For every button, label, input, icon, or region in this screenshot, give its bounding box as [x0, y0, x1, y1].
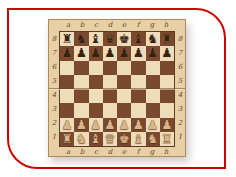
square-h4 [160, 89, 174, 103]
white-pawn-piece: ♟ [146, 118, 160, 132]
square-e5 [117, 75, 131, 89]
square-h1: ♜ [160, 132, 174, 146]
black-bishop-piece: ♝ [89, 32, 103, 46]
rank-label-1: 1 [49, 130, 59, 144]
white-bishop-piece: ♝ [89, 132, 103, 146]
white-pawn-piece: ♟ [60, 118, 74, 132]
square-h2: ♟ [160, 118, 174, 132]
file-label-f: f [131, 20, 145, 31]
square-c1: ♝ [89, 132, 103, 146]
rank-label-7: 7 [175, 46, 185, 60]
square-h6 [160, 61, 174, 75]
black-pawn-piece: ♟ [60, 46, 74, 60]
square-b2: ♟ [74, 118, 88, 132]
square-a3 [60, 103, 74, 117]
black-rook-piece: ♜ [60, 32, 74, 46]
square-b4 [74, 89, 88, 103]
square-a8: ♜ [60, 32, 74, 46]
black-bishop-piece: ♝ [131, 32, 145, 46]
black-pawn-piece: ♟ [74, 46, 88, 60]
square-e6 [117, 61, 131, 75]
square-b6 [74, 61, 88, 75]
square-h5 [160, 75, 174, 89]
rank-label-6: 6 [175, 60, 185, 74]
rank-label-3: 3 [175, 102, 185, 116]
square-a2: ♟ [60, 118, 74, 132]
file-label-h: h [159, 147, 173, 158]
black-pawn-piece: ♟ [131, 46, 145, 60]
square-f4 [131, 89, 145, 103]
rank-label-4: 4 [49, 88, 59, 102]
product-photo: abcdefgh 87654321 ♜♞♝♛♚♝♞♜♟♟♟♟♟♟♟♟♟♟♟♟♟♟… [0, 0, 236, 177]
square-f6 [131, 61, 145, 75]
black-pawn-piece: ♟ [117, 46, 131, 60]
square-g5 [146, 75, 160, 89]
square-g2: ♟ [146, 118, 160, 132]
rank-label-3: 3 [49, 102, 59, 116]
file-label-a: a [61, 147, 75, 158]
white-pawn-piece: ♟ [131, 118, 145, 132]
square-f8: ♝ [131, 32, 145, 46]
square-g6 [146, 61, 160, 75]
rank-label-5: 5 [49, 74, 59, 88]
file-label-e: e [117, 147, 131, 158]
square-g4 [146, 89, 160, 103]
square-e4 [117, 89, 131, 103]
rank-label-2: 2 [49, 116, 59, 130]
file-labels-top: abcdefgh [61, 20, 173, 31]
rank-label-7: 7 [49, 46, 59, 60]
white-pawn-piece: ♟ [89, 118, 103, 132]
square-a5 [60, 75, 74, 89]
white-knight-piece: ♞ [146, 132, 160, 146]
rank-label-8: 8 [175, 32, 185, 46]
square-c4 [89, 89, 103, 103]
file-label-b: b [75, 20, 89, 31]
square-f5 [131, 75, 145, 89]
square-h3 [160, 103, 174, 117]
square-c8: ♝ [89, 32, 103, 46]
file-label-d: d [103, 147, 117, 158]
square-d1: ♛ [103, 132, 117, 146]
square-g8: ♞ [146, 32, 160, 46]
square-b7: ♟ [74, 46, 88, 60]
square-d2: ♟ [103, 118, 117, 132]
square-e8: ♚ [117, 32, 131, 46]
square-c7: ♟ [89, 46, 103, 60]
square-d4 [103, 89, 117, 103]
square-f1: ♝ [131, 132, 145, 146]
black-pawn-piece: ♟ [146, 46, 160, 60]
square-h8: ♜ [160, 32, 174, 46]
white-bishop-piece: ♝ [131, 132, 145, 146]
file-label-h: h [159, 20, 173, 31]
board-grid: ♜♞♝♛♚♝♞♜♟♟♟♟♟♟♟♟♟♟♟♟♟♟♟♟♜♞♝♛♚♝♞♜ [59, 31, 175, 147]
white-pawn-piece: ♟ [160, 118, 174, 132]
file-label-e: e [117, 20, 131, 31]
white-pawn-piece: ♟ [74, 118, 88, 132]
square-c3 [89, 103, 103, 117]
square-d3 [103, 103, 117, 117]
white-rook-piece: ♜ [160, 132, 174, 146]
square-a1: ♜ [60, 132, 74, 146]
square-a7: ♟ [60, 46, 74, 60]
rank-label-8: 8 [49, 32, 59, 46]
file-label-a: a [61, 20, 75, 31]
file-label-b: b [75, 147, 89, 158]
square-h7: ♟ [160, 46, 174, 60]
square-f2: ♟ [131, 118, 145, 132]
square-f7: ♟ [131, 46, 145, 60]
square-g7: ♟ [146, 46, 160, 60]
file-label-c: c [89, 20, 103, 31]
white-pawn-piece: ♟ [103, 118, 117, 132]
black-queen-piece: ♛ [103, 32, 117, 46]
white-king-piece: ♚ [117, 132, 131, 146]
rank-label-2: 2 [175, 116, 185, 130]
black-knight-piece: ♞ [146, 32, 160, 46]
square-d8: ♛ [103, 32, 117, 46]
chess-board: abcdefgh 87654321 ♜♞♝♛♚♝♞♜♟♟♟♟♟♟♟♟♟♟♟♟♟♟… [48, 19, 186, 157]
square-b3 [74, 103, 88, 117]
square-f3 [131, 103, 145, 117]
rank-labels-right: 87654321 [175, 31, 185, 147]
rank-label-6: 6 [49, 60, 59, 74]
square-c6 [89, 61, 103, 75]
white-knight-piece: ♞ [74, 132, 88, 146]
square-b1: ♞ [74, 132, 88, 146]
square-e2: ♟ [117, 118, 131, 132]
square-g3 [146, 103, 160, 117]
square-a4 [60, 89, 74, 103]
square-d7: ♟ [103, 46, 117, 60]
black-knight-piece: ♞ [74, 32, 88, 46]
file-label-f: f [131, 147, 145, 158]
rank-labels-left: 87654321 [49, 31, 59, 147]
rank-label-1: 1 [175, 130, 185, 144]
square-d5 [103, 75, 117, 89]
black-king-piece: ♚ [117, 32, 131, 46]
square-e1: ♚ [117, 132, 131, 146]
square-e3 [117, 103, 131, 117]
square-e7: ♟ [117, 46, 131, 60]
square-a6 [60, 61, 74, 75]
square-b8: ♞ [74, 32, 88, 46]
square-b5 [74, 75, 88, 89]
file-label-g: g [145, 147, 159, 158]
white-pawn-piece: ♟ [117, 118, 131, 132]
file-label-c: c [89, 147, 103, 158]
white-queen-piece: ♛ [103, 132, 117, 146]
rank-label-4: 4 [175, 88, 185, 102]
square-c2: ♟ [89, 118, 103, 132]
black-pawn-piece: ♟ [160, 46, 174, 60]
black-pawn-piece: ♟ [89, 46, 103, 60]
square-g1: ♞ [146, 132, 160, 146]
black-rook-piece: ♜ [160, 32, 174, 46]
black-pawn-piece: ♟ [103, 46, 117, 60]
white-rook-piece: ♜ [60, 132, 74, 146]
square-d6 [103, 61, 117, 75]
file-label-d: d [103, 20, 117, 31]
rank-label-5: 5 [175, 74, 185, 88]
file-labels-bottom: abcdefgh [61, 147, 173, 158]
square-c5 [89, 75, 103, 89]
file-label-g: g [145, 20, 159, 31]
